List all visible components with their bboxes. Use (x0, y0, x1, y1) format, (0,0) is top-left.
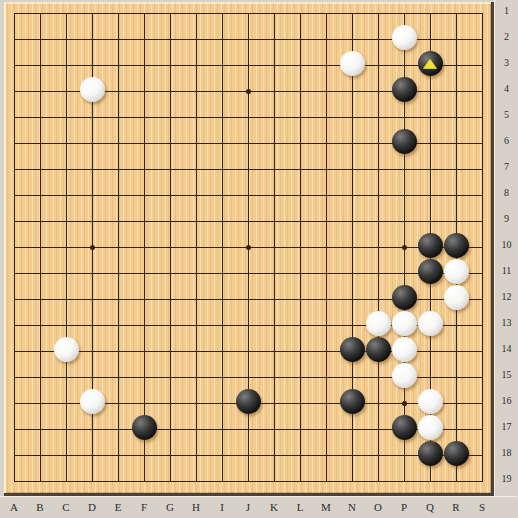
row-label: 9 (495, 213, 518, 225)
black-stone (366, 337, 391, 362)
column-label: J (238, 501, 258, 514)
black-stone (340, 389, 365, 414)
grid-line (378, 13, 379, 482)
row-label: 17 (495, 421, 518, 433)
white-stone (340, 51, 365, 76)
row-label: 11 (495, 265, 518, 277)
row-label: 10 (495, 239, 518, 251)
white-stone (80, 77, 105, 102)
star-point (246, 245, 251, 250)
column-label: L (290, 501, 310, 514)
column-label: B (30, 501, 50, 514)
white-stone (444, 285, 469, 310)
column-label: M (316, 501, 336, 514)
column-label: P (394, 501, 414, 514)
black-stone (236, 389, 261, 414)
row-label: 2 (495, 31, 518, 43)
go-board-viewer: 12345678910111213141516171819 ABCDEFGHIJ… (0, 0, 518, 518)
row-label: 19 (495, 473, 518, 485)
column-label: D (82, 501, 102, 514)
row-label: 4 (495, 83, 518, 95)
column-label: R (446, 501, 466, 514)
black-stone (392, 77, 417, 102)
white-stone (444, 259, 469, 284)
triangle-last-move-marker (423, 59, 437, 69)
star-point (402, 401, 407, 406)
row-label: 13 (495, 317, 518, 329)
row-label: 18 (495, 447, 518, 459)
row-label: 3 (495, 57, 518, 69)
column-label: E (108, 501, 128, 514)
column-label: H (186, 501, 206, 514)
star-point (402, 245, 407, 250)
star-point (90, 245, 95, 250)
black-stone (418, 233, 443, 258)
white-stone (80, 389, 105, 414)
black-stone (392, 285, 417, 310)
grid-line (14, 455, 483, 456)
column-label: O (368, 501, 388, 514)
white-stone (418, 311, 443, 336)
black-stone (444, 233, 469, 258)
white-stone (392, 25, 417, 50)
row-label: 6 (495, 135, 518, 147)
black-stone (392, 415, 417, 440)
black-stone (340, 337, 365, 362)
white-stone (418, 389, 443, 414)
grid-line (300, 13, 301, 482)
column-label: C (56, 501, 76, 514)
white-stone (54, 337, 79, 362)
grid-line (14, 481, 483, 482)
black-stone (132, 415, 157, 440)
grid-line (326, 13, 327, 482)
column-label: I (212, 501, 232, 514)
grid-line (482, 13, 483, 482)
white-stone (418, 415, 443, 440)
white-stone (366, 311, 391, 336)
black-stone (418, 51, 443, 76)
grid-line (14, 273, 483, 274)
go-board[interactable] (4, 2, 494, 496)
black-stone (392, 129, 417, 154)
white-stone (392, 363, 417, 388)
black-stone (418, 259, 443, 284)
column-label: S (472, 501, 492, 514)
row-label: 7 (495, 161, 518, 173)
star-point (246, 89, 251, 94)
row-coordinates-strip: 12345678910111213141516171819 (494, 0, 518, 496)
row-label: 16 (495, 395, 518, 407)
grid-line (274, 13, 275, 482)
row-label: 14 (495, 343, 518, 355)
row-label: 15 (495, 369, 518, 381)
column-label: F (134, 501, 154, 514)
column-label: N (342, 501, 362, 514)
row-label: 1 (495, 5, 518, 17)
white-stone (392, 337, 417, 362)
column-label: Q (420, 501, 440, 514)
column-label: A (4, 501, 24, 514)
row-label: 8 (495, 187, 518, 199)
row-label: 5 (495, 109, 518, 121)
column-coordinates-strip: ABCDEFGHIJKLMNOPQRS (0, 496, 517, 518)
white-stone (392, 311, 417, 336)
black-stone (418, 441, 443, 466)
column-label: K (264, 501, 284, 514)
column-label: G (160, 501, 180, 514)
row-label: 12 (495, 291, 518, 303)
black-stone (444, 441, 469, 466)
